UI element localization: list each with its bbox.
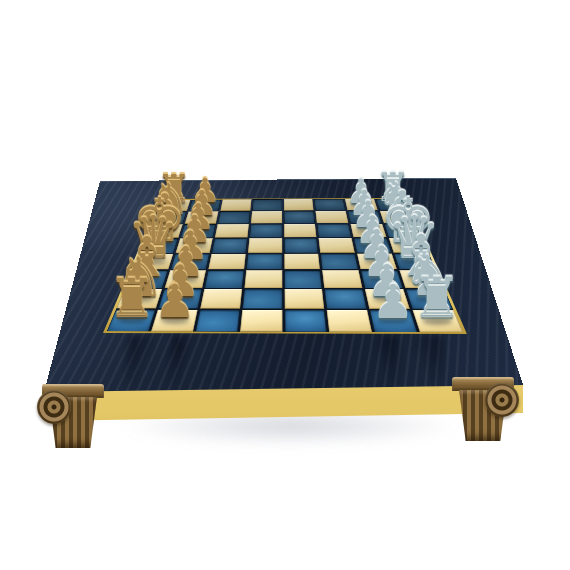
pieces-layer: ♜♟♟♜♞♟♟♞♝♟♟♝♚♟♟♚♛♟♟♛♝♟♟♝♞♟♟♞♜♟♟♜ [0, 0, 570, 570]
chess-set-photo: ♜♟♟♜♞♟♟♞♝♟♟♝♚♟♟♚♛♟♟♛♝♟♟♝♞♟♟♞♜♟♟♜ [0, 0, 570, 570]
piece-glyph: ♟ [154, 279, 195, 325]
piece-glyph: ♜ [108, 272, 156, 326]
piece-glyph: ♜ [412, 271, 462, 326]
piece-glyph: ♟ [372, 279, 414, 326]
